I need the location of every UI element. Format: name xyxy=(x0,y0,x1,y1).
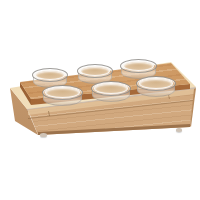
bowl-glass-inner xyxy=(35,70,65,80)
bowl-glass-inner xyxy=(123,61,154,71)
foot-left xyxy=(40,133,47,137)
bowl-glass-inner xyxy=(45,87,80,98)
bowl-front-right xyxy=(136,76,176,97)
bowl-glass-inner xyxy=(139,78,173,89)
bowl-glass-inner xyxy=(80,66,110,76)
bowl-front-left xyxy=(42,85,83,106)
product-photo xyxy=(0,0,200,200)
foot-right xyxy=(176,128,182,132)
bowl-front-middle xyxy=(91,81,131,102)
bowl-glass-inner xyxy=(94,83,128,94)
